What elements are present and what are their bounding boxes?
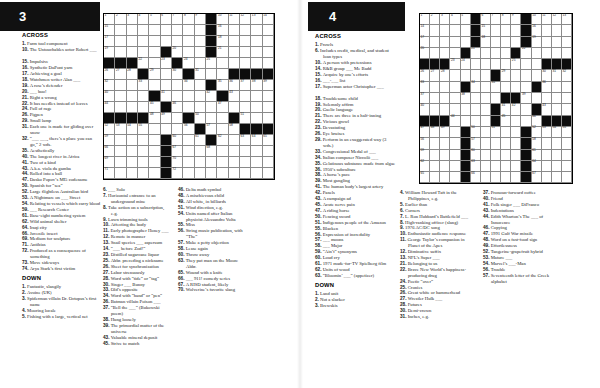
grid-cell[interactable]	[263, 113, 274, 124]
grid-cell[interactable]: 57	[206, 124, 217, 135]
grid-cell[interactable]	[240, 58, 251, 69]
grid-cell[interactable]	[138, 168, 149, 179]
grid-cell[interactable]	[263, 36, 274, 47]
grid-cell[interactable]	[562, 172, 572, 183]
grid-cell[interactable]	[229, 58, 240, 69]
grid-cell[interactable]	[115, 47, 126, 58]
grid-cell[interactable]	[206, 157, 217, 168]
grid-cell[interactable]: 43	[542, 104, 552, 115]
grid-cell[interactable]	[552, 82, 562, 93]
grid-cell[interactable]: 67	[532, 172, 542, 183]
grid-cell[interactable]	[501, 161, 511, 172]
grid-cell[interactable]: 22	[521, 48, 531, 59]
grid-cell[interactable]	[511, 116, 521, 127]
grid-cell[interactable]: 42	[206, 91, 217, 102]
grid-cell[interactable]: 58	[229, 124, 240, 135]
grid-cell[interactable]	[115, 135, 126, 146]
grid-cell[interactable]	[195, 36, 206, 47]
grid-cell[interactable]	[450, 150, 460, 161]
grid-cell[interactable]	[481, 59, 491, 70]
grid-cell[interactable]	[195, 91, 206, 102]
grid-cell[interactable]: 44	[104, 102, 115, 113]
grid-cell[interactable]: 12	[552, 14, 562, 25]
grid-cell[interactable]	[229, 168, 240, 179]
grid-cell[interactable]	[115, 102, 126, 113]
grid-cell[interactable]	[240, 47, 251, 58]
grid-cell[interactable]	[552, 161, 562, 172]
grid-cell[interactable]: 48	[149, 113, 160, 124]
grid-cell[interactable]: 37	[240, 80, 251, 91]
grid-cell[interactable]: 27	[115, 69, 126, 80]
grid-cell[interactable]	[127, 135, 138, 146]
grid-cell[interactable]	[217, 168, 228, 179]
grid-cell[interactable]	[149, 146, 160, 157]
grid-cell[interactable]	[481, 138, 491, 149]
grid-cell[interactable]	[430, 25, 440, 36]
grid-cell[interactable]	[461, 70, 471, 81]
grid-cell[interactable]	[552, 138, 562, 149]
grid-cell[interactable]	[161, 69, 172, 80]
grid-cell[interactable]	[542, 161, 552, 172]
grid-cell[interactable]	[562, 82, 572, 93]
grid-cell[interactable]	[450, 82, 460, 93]
grid-cell[interactable]	[440, 48, 450, 59]
grid-cell[interactable]	[481, 116, 491, 127]
grid-cell[interactable]	[562, 161, 572, 172]
grid-cell[interactable]	[195, 47, 206, 58]
grid-cell[interactable]	[521, 116, 531, 127]
grid-cell[interactable]	[240, 157, 251, 168]
grid-cell[interactable]	[149, 124, 160, 135]
grid-cell[interactable]	[127, 168, 138, 179]
grid-cell[interactable]	[562, 104, 572, 115]
grid-cell[interactable]	[263, 58, 274, 69]
grid-cell[interactable]	[491, 37, 501, 48]
grid-cell[interactable]	[430, 161, 440, 172]
grid-cell[interactable]	[217, 146, 228, 157]
grid-cell[interactable]	[501, 127, 511, 138]
grid-cell[interactable]	[511, 82, 521, 93]
grid-cell[interactable]: 65	[420, 172, 430, 183]
grid-cell[interactable]: 61	[195, 135, 206, 146]
grid-cell[interactable]: 31	[552, 70, 562, 81]
grid-cell[interactable]	[115, 36, 126, 47]
grid-cell[interactable]: 13	[251, 14, 262, 25]
grid-cell[interactable]	[501, 37, 511, 48]
grid-cell[interactable]	[430, 138, 440, 149]
grid-cell[interactable]: 22	[138, 58, 149, 69]
grid-cell[interactable]: 8	[501, 14, 511, 25]
grid-cell[interactable]: 21	[217, 47, 228, 58]
grid-cell[interactable]	[115, 25, 126, 36]
grid-cell[interactable]: 44	[450, 116, 460, 127]
grid-cell[interactable]	[511, 127, 521, 138]
grid-cell[interactable]	[481, 70, 491, 81]
grid-cell[interactable]	[138, 91, 149, 102]
grid-cell[interactable]	[172, 113, 183, 124]
grid-cell[interactable]	[183, 36, 194, 47]
grid-cell[interactable]	[430, 93, 440, 104]
grid-cell[interactable]	[440, 37, 450, 48]
grid-cell[interactable]: 24	[461, 59, 471, 70]
grid-cell[interactable]	[532, 48, 542, 59]
grid-cell[interactable]	[501, 25, 511, 36]
grid-cell[interactable]: 34	[183, 80, 194, 91]
grid-cell[interactable]	[263, 146, 274, 157]
grid-cell[interactable]: 50	[195, 113, 206, 124]
grid-cell[interactable]	[251, 102, 262, 113]
grid-cell[interactable]	[511, 138, 521, 149]
grid-cell[interactable]: 4	[138, 14, 149, 25]
grid-cell[interactable]	[206, 168, 217, 179]
grid-cell[interactable]: 3	[127, 14, 138, 25]
grid-cell[interactable]	[491, 150, 501, 161]
grid-cell[interactable]	[450, 93, 460, 104]
grid-cell[interactable]: 53	[115, 124, 126, 135]
grid-cell[interactable]: 11	[542, 14, 552, 25]
grid-cell[interactable]: 28	[127, 69, 138, 80]
grid-cell[interactable]	[183, 91, 194, 102]
grid-cell[interactable]: 3	[440, 14, 450, 25]
grid-cell[interactable]	[532, 70, 542, 81]
grid-cell[interactable]	[127, 157, 138, 168]
grid-cell[interactable]	[501, 138, 511, 149]
grid-cell[interactable]	[440, 93, 450, 104]
grid-cell[interactable]	[183, 157, 194, 168]
grid-cell[interactable]	[440, 150, 450, 161]
grid-cell[interactable]	[263, 47, 274, 58]
grid-cell[interactable]	[542, 48, 552, 59]
grid-cell[interactable]	[127, 25, 138, 36]
grid-cell[interactable]: 29	[149, 69, 160, 80]
grid-cell[interactable]	[251, 58, 262, 69]
grid-cell[interactable]	[491, 172, 501, 183]
grid-cell[interactable]: 2	[430, 14, 440, 25]
grid-cell[interactable]	[450, 138, 460, 149]
grid-cell[interactable]: 13	[562, 14, 572, 25]
grid-cell[interactable]	[521, 59, 531, 70]
grid-cell[interactable]	[511, 150, 521, 161]
grid-cell[interactable]: 51	[491, 127, 501, 138]
grid-cell[interactable]: 24	[183, 58, 194, 69]
grid-cell[interactable]	[263, 91, 274, 102]
grid-cell[interactable]	[440, 25, 450, 36]
grid-cell[interactable]	[263, 168, 274, 179]
grid-cell[interactable]	[138, 157, 149, 168]
grid-cell[interactable]	[440, 138, 450, 149]
grid-cell[interactable]: 5	[149, 14, 160, 25]
grid-cell[interactable]	[481, 48, 491, 59]
grid-cell[interactable]: 49	[440, 127, 450, 138]
grid-cell[interactable]: 32	[562, 70, 572, 81]
grid-cell[interactable]: 14	[263, 14, 274, 25]
grid-cell[interactable]	[251, 146, 262, 157]
grid-cell[interactable]	[440, 82, 450, 93]
grid-cell[interactable]	[450, 172, 460, 183]
grid-cell[interactable]	[440, 172, 450, 183]
grid-cell[interactable]	[461, 37, 471, 48]
grid-cell[interactable]	[161, 36, 172, 47]
grid-cell[interactable]	[511, 70, 521, 81]
grid-cell[interactable]	[172, 25, 183, 36]
grid-cell[interactable]: 28	[440, 70, 450, 81]
grid-cell[interactable]	[562, 48, 572, 59]
grid-cell[interactable]	[501, 172, 511, 183]
grid-cell[interactable]	[501, 150, 511, 161]
grid-cell[interactable]	[217, 58, 228, 69]
grid-cell[interactable]	[521, 70, 531, 81]
grid-cell[interactable]	[552, 104, 562, 115]
grid-cell[interactable]	[206, 102, 217, 113]
grid-cell[interactable]	[229, 146, 240, 157]
grid-cell[interactable]: 27	[430, 70, 440, 81]
grid-cell[interactable]: 56	[183, 124, 194, 135]
grid-cell[interactable]: 36	[542, 82, 552, 93]
grid-cell[interactable]	[138, 36, 149, 47]
grid-cell[interactable]	[481, 161, 491, 172]
grid-cell[interactable]	[491, 59, 501, 70]
grid-cell[interactable]	[149, 157, 160, 168]
grid-cell[interactable]	[115, 168, 126, 179]
grid-cell[interactable]	[562, 37, 572, 48]
grid-cell[interactable]	[240, 168, 251, 179]
grid-cell[interactable]	[161, 124, 172, 135]
grid-cell[interactable]	[511, 161, 521, 172]
grid-cell[interactable]	[138, 25, 149, 36]
grid-cell[interactable]: 49	[161, 113, 172, 124]
grid-cell[interactable]	[251, 91, 262, 102]
grid-cell[interactable]	[138, 135, 149, 146]
grid-cell[interactable]	[440, 104, 450, 115]
grid-cell[interactable]	[461, 116, 471, 127]
grid-cell[interactable]	[542, 172, 552, 183]
grid-cell[interactable]	[450, 70, 460, 81]
grid-cell[interactable]	[481, 82, 491, 93]
grid-cell[interactable]	[501, 82, 511, 93]
grid-cell[interactable]	[491, 48, 501, 59]
grid-cell[interactable]: 34	[471, 82, 481, 93]
grid-cell[interactable]	[491, 161, 501, 172]
grid-cell[interactable]	[127, 36, 138, 47]
grid-cell[interactable]: 43	[229, 91, 240, 102]
grid-cell[interactable]	[183, 25, 194, 36]
grid-cell[interactable]	[127, 91, 138, 102]
grid-cell[interactable]	[471, 104, 481, 115]
grid-cell[interactable]: 20	[420, 48, 430, 59]
grid-cell[interactable]: 12	[240, 14, 251, 25]
grid-cell[interactable]	[552, 93, 562, 104]
grid-cell[interactable]	[542, 150, 552, 161]
grid-cell[interactable]	[430, 150, 440, 161]
grid-cell[interactable]	[263, 102, 274, 113]
grid-cell[interactable]	[217, 113, 228, 124]
grid-cell[interactable]	[562, 25, 572, 36]
grid-cell[interactable]: 25	[206, 58, 217, 69]
grid-cell[interactable]	[195, 25, 206, 36]
grid-cell[interactable]: 33	[138, 80, 149, 91]
grid-cell[interactable]	[149, 168, 160, 179]
grid-cell[interactable]	[471, 93, 481, 104]
grid-cell[interactable]	[562, 138, 572, 149]
grid-cell[interactable]	[542, 138, 552, 149]
grid-cell[interactable]	[481, 93, 491, 104]
grid-cell[interactable]: 29	[501, 70, 511, 81]
grid-cell[interactable]	[229, 36, 240, 47]
grid-cell[interactable]	[430, 82, 440, 93]
grid-cell[interactable]: 39	[263, 80, 274, 91]
grid-cell[interactable]	[251, 113, 262, 124]
grid-cell[interactable]	[115, 80, 126, 91]
grid-cell[interactable]	[127, 102, 138, 113]
grid-cell[interactable]: 47	[217, 102, 228, 113]
grid-cell[interactable]	[562, 93, 572, 104]
grid-cell[interactable]	[251, 168, 262, 179]
grid-cell[interactable]	[115, 91, 126, 102]
grid-cell[interactable]: 38	[461, 93, 471, 104]
grid-cell[interactable]: 72	[172, 168, 183, 179]
grid-cell[interactable]	[195, 157, 206, 168]
grid-cell[interactable]: 38	[251, 80, 262, 91]
grid-cell[interactable]	[195, 146, 206, 157]
grid-cell[interactable]	[183, 146, 194, 157]
grid-cell[interactable]	[450, 161, 460, 172]
grid-cell[interactable]	[195, 80, 206, 91]
grid-cell[interactable]: 48	[430, 127, 440, 138]
grid-cell[interactable]: 30	[172, 69, 183, 80]
grid-cell[interactable]	[552, 48, 562, 59]
grid-cell[interactable]: 31	[195, 69, 206, 80]
grid-cell[interactable]: 51	[240, 113, 251, 124]
grid-cell[interactable]	[542, 25, 552, 36]
grid-cell[interactable]	[240, 25, 251, 36]
grid-cell[interactable]: 6	[161, 14, 172, 25]
grid-cell[interactable]	[491, 25, 501, 36]
grid-cell[interactable]: 71	[104, 168, 115, 179]
grid-cell[interactable]	[450, 37, 460, 48]
grid-cell[interactable]	[461, 104, 471, 115]
grid-cell[interactable]	[149, 80, 160, 91]
grid-cell[interactable]: 18	[481, 37, 491, 48]
grid-cell[interactable]	[491, 93, 501, 104]
grid-cell[interactable]	[532, 59, 542, 70]
grid-cell[interactable]	[501, 48, 511, 59]
grid-cell[interactable]	[552, 37, 562, 48]
grid-cell[interactable]	[481, 127, 491, 138]
grid-cell[interactable]	[430, 48, 440, 59]
grid-cell[interactable]: 2	[115, 14, 126, 25]
grid-cell[interactable]	[511, 37, 521, 48]
grid-cell[interactable]	[149, 135, 160, 146]
grid-cell[interactable]: 35	[217, 80, 228, 91]
grid-cell[interactable]: 41	[161, 91, 172, 102]
grid-cell[interactable]	[450, 25, 460, 36]
grid-cell[interactable]	[251, 36, 262, 47]
grid-cell[interactable]	[491, 138, 501, 149]
grid-cell[interactable]	[172, 80, 183, 91]
grid-cell[interactable]	[127, 146, 138, 157]
grid-cell[interactable]: 66	[471, 172, 481, 183]
grid-cell[interactable]	[127, 80, 138, 91]
grid-cell[interactable]: 53	[542, 127, 552, 138]
grid-cell[interactable]	[240, 91, 251, 102]
grid-cell[interactable]	[229, 102, 240, 113]
grid-cell[interactable]: 20	[172, 47, 183, 58]
grid-cell[interactable]: 62	[217, 135, 228, 146]
grid-cell[interactable]	[440, 161, 450, 172]
grid-cell[interactable]: 23	[450, 59, 460, 70]
grid-cell[interactable]: 35	[491, 82, 501, 93]
grid-cell[interactable]	[240, 146, 251, 157]
grid-cell[interactable]	[532, 93, 542, 104]
grid-cell[interactable]: 68	[206, 146, 217, 157]
grid-cell[interactable]: 64	[251, 135, 262, 146]
grid-cell[interactable]	[127, 47, 138, 58]
grid-cell[interactable]: 42	[511, 104, 521, 115]
grid-cell[interactable]	[430, 37, 440, 48]
grid-cell[interactable]	[138, 146, 149, 157]
grid-cell[interactable]: 45	[501, 116, 511, 127]
grid-cell[interactable]: 46	[172, 102, 183, 113]
grid-cell[interactable]: 11	[229, 14, 240, 25]
grid-cell[interactable]	[115, 157, 126, 168]
grid-cell[interactable]: 39	[521, 93, 531, 104]
grid-cell[interactable]	[511, 25, 521, 36]
grid-cell[interactable]: 40	[420, 104, 430, 115]
grid-cell[interactable]	[195, 168, 206, 179]
grid-cell[interactable]: 9	[511, 14, 521, 25]
grid-cell[interactable]	[183, 135, 194, 146]
grid-cell[interactable]	[511, 172, 521, 183]
grid-cell[interactable]	[481, 150, 491, 161]
grid-cell[interactable]	[562, 150, 572, 161]
grid-cell[interactable]	[430, 172, 440, 183]
grid-cell[interactable]: 5	[461, 14, 471, 25]
grid-cell[interactable]	[161, 25, 172, 36]
grid-cell[interactable]: 9	[195, 14, 206, 25]
grid-cell[interactable]	[229, 25, 240, 36]
grid-cell[interactable]	[461, 25, 471, 36]
grid-cell[interactable]: 55	[562, 127, 572, 138]
grid-cell[interactable]	[450, 127, 460, 138]
grid-cell[interactable]	[149, 47, 160, 58]
grid-cell[interactable]	[229, 157, 240, 168]
grid-cell[interactable]	[263, 25, 274, 36]
grid-cell[interactable]	[138, 102, 149, 113]
grid-cell[interactable]	[521, 104, 531, 115]
grid-cell[interactable]: 65	[263, 135, 274, 146]
grid-cell[interactable]	[552, 150, 562, 161]
grid-cell[interactable]	[430, 104, 440, 115]
grid-cell[interactable]	[251, 25, 262, 36]
grid-cell[interactable]: 21	[471, 48, 481, 59]
grid-cell[interactable]	[229, 47, 240, 58]
grid-cell[interactable]: 8	[183, 14, 194, 25]
grid-cell[interactable]	[471, 59, 481, 70]
grid-cell[interactable]	[206, 69, 217, 80]
crossword-grid-page-3[interactable]: 1234567891011121314151617181920212223242…	[103, 13, 275, 180]
grid-cell[interactable]: 7	[491, 14, 501, 25]
grid-cell[interactable]	[251, 157, 262, 168]
grid-cell[interactable]	[251, 47, 262, 58]
grid-cell[interactable]	[217, 157, 228, 168]
grid-cell[interactable]	[183, 168, 194, 179]
grid-cell[interactable]	[481, 172, 491, 183]
grid-cell[interactable]	[149, 36, 160, 47]
grid-cell[interactable]	[542, 37, 552, 48]
grid-cell[interactable]	[552, 25, 562, 36]
grid-cell[interactable]	[263, 157, 274, 168]
grid-cell[interactable]: 54	[127, 124, 138, 135]
